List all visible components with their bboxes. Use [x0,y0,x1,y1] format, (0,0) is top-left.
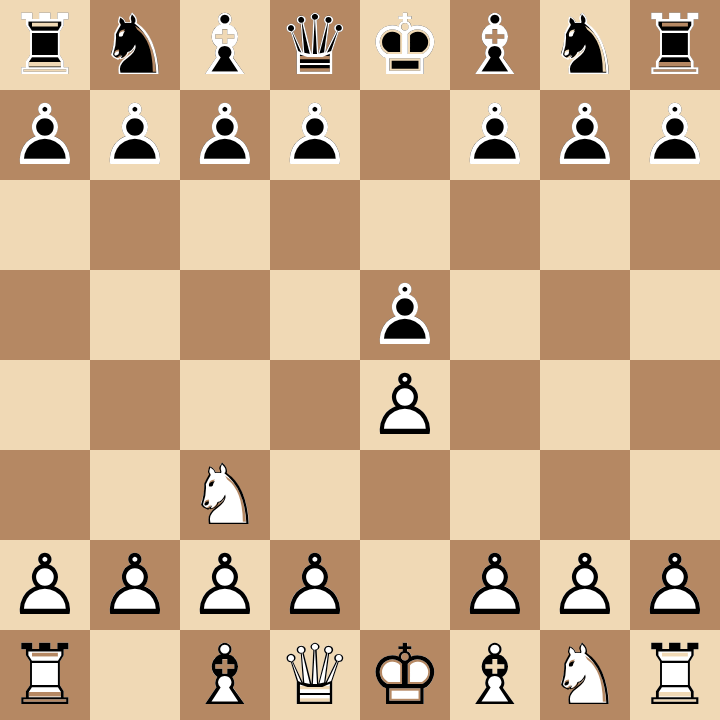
square-g1[interactable]: ♞♘ [540,630,630,720]
white-pawn-outline: ♙ [450,540,540,630]
black-bishop[interactable]: ♝♗ [180,0,270,90]
square-g8[interactable]: ♞♘ [540,0,630,90]
square-h8[interactable]: ♜♖ [630,0,720,90]
black-pawn[interactable]: ♟♙ [0,90,90,180]
square-a3[interactable] [0,450,90,540]
black-pawn-outline: ♙ [630,90,720,180]
square-c7[interactable]: ♟♙ [180,90,270,180]
white-bishop[interactable]: ♝♗ [450,630,540,720]
black-pawn-outline: ♙ [180,90,270,180]
white-rook[interactable]: ♜♖ [630,630,720,720]
white-pawn[interactable]: ♟♙ [360,360,450,450]
black-bishop-outline: ♗ [180,0,270,90]
black-bishop-outline: ♗ [450,0,540,90]
white-knight[interactable]: ♞♘ [540,630,630,720]
square-f3[interactable] [450,450,540,540]
white-king-outline: ♔ [360,630,450,720]
square-e4[interactable]: ♟♙ [360,360,450,450]
black-pawn[interactable]: ♟♙ [180,90,270,180]
white-queen[interactable]: ♛♕ [270,630,360,720]
square-d1[interactable]: ♛♕ [270,630,360,720]
square-h3[interactable] [630,450,720,540]
square-h5[interactable] [630,270,720,360]
white-pawn-outline: ♙ [540,540,630,630]
black-pawn[interactable]: ♟♙ [90,90,180,180]
black-knight[interactable]: ♞♘ [90,0,180,90]
white-queen-outline: ♕ [270,630,360,720]
square-g5[interactable] [540,270,630,360]
square-f8[interactable]: ♝♗ [450,0,540,90]
black-pawn[interactable]: ♟♙ [270,90,360,180]
black-pawn[interactable]: ♟♙ [360,270,450,360]
square-h7[interactable]: ♟♙ [630,90,720,180]
square-a1[interactable]: ♜♖ [0,630,90,720]
square-a4[interactable] [0,360,90,450]
black-rook[interactable]: ♜♖ [0,0,90,90]
white-knight[interactable]: ♞♘ [180,450,270,540]
chess-board: ♜♖♞♘♝♗♛♕♚♔♝♗♞♘♜♖♟♙♟♙♟♙♟♙♟♙♟♙♟♙♟♙♟♙♞♘♟♙♟♙… [0,0,720,720]
white-pawn-outline: ♙ [270,540,360,630]
black-king-outline: ♔ [360,0,450,90]
black-king[interactable]: ♚♔ [360,0,450,90]
square-g3[interactable] [540,450,630,540]
square-g2[interactable]: ♟♙ [540,540,630,630]
square-d8[interactable]: ♛♕ [270,0,360,90]
black-knight[interactable]: ♞♘ [540,0,630,90]
black-pawn[interactable]: ♟♙ [630,90,720,180]
square-e7[interactable] [360,90,450,180]
white-rook-outline: ♖ [0,630,90,720]
square-e3[interactable] [360,450,450,540]
square-e8[interactable]: ♚♔ [360,0,450,90]
white-pawn-outline: ♙ [630,540,720,630]
square-e2[interactable] [360,540,450,630]
square-d7[interactable]: ♟♙ [270,90,360,180]
white-pawn[interactable]: ♟♙ [450,540,540,630]
square-f1[interactable]: ♝♗ [450,630,540,720]
black-pawn[interactable]: ♟♙ [540,90,630,180]
white-bishop-outline: ♗ [180,630,270,720]
square-d4[interactable] [270,360,360,450]
square-h6[interactable] [630,180,720,270]
black-queen[interactable]: ♛♕ [270,0,360,90]
square-f4[interactable] [450,360,540,450]
square-e6[interactable] [360,180,450,270]
square-f2[interactable]: ♟♙ [450,540,540,630]
square-e5[interactable]: ♟♙ [360,270,450,360]
square-f7[interactable]: ♟♙ [450,90,540,180]
square-g7[interactable]: ♟♙ [540,90,630,180]
square-c2[interactable]: ♟♙ [180,540,270,630]
square-b3[interactable] [90,450,180,540]
square-b4[interactable] [90,360,180,450]
white-pawn[interactable]: ♟♙ [270,540,360,630]
black-queen-outline: ♕ [270,0,360,90]
square-c3[interactable]: ♞♘ [180,450,270,540]
black-rook-outline: ♖ [630,0,720,90]
black-pawn-outline: ♙ [360,270,450,360]
white-knight-outline: ♘ [540,630,630,720]
square-a2[interactable]: ♟♙ [0,540,90,630]
white-king[interactable]: ♚♔ [360,630,450,720]
square-a5[interactable] [0,270,90,360]
square-e1[interactable]: ♚♔ [360,630,450,720]
white-pawn[interactable]: ♟♙ [180,540,270,630]
square-h4[interactable] [630,360,720,450]
white-rook[interactable]: ♜♖ [0,630,90,720]
square-f5[interactable] [450,270,540,360]
white-rook-outline: ♖ [630,630,720,720]
square-b6[interactable] [90,180,180,270]
square-g6[interactable] [540,180,630,270]
black-pawn-outline: ♙ [0,90,90,180]
white-pawn[interactable]: ♟♙ [630,540,720,630]
square-a6[interactable] [0,180,90,270]
square-f6[interactable] [450,180,540,270]
white-bishop[interactable]: ♝♗ [180,630,270,720]
black-pawn-outline: ♙ [540,90,630,180]
square-d5[interactable] [270,270,360,360]
black-rook-outline: ♖ [0,0,90,90]
white-pawn-outline: ♙ [90,540,180,630]
white-pawn-outline: ♙ [360,360,450,450]
square-d3[interactable] [270,450,360,540]
square-h2[interactable]: ♟♙ [630,540,720,630]
black-bishop[interactable]: ♝♗ [450,0,540,90]
square-b5[interactable] [90,270,180,360]
square-c8[interactable]: ♝♗ [180,0,270,90]
black-pawn-outline: ♙ [270,90,360,180]
square-b8[interactable]: ♞♘ [90,0,180,90]
square-g4[interactable] [540,360,630,450]
square-d2[interactable]: ♟♙ [270,540,360,630]
black-rook[interactable]: ♜♖ [630,0,720,90]
white-pawn[interactable]: ♟♙ [540,540,630,630]
square-a8[interactable]: ♜♖ [0,0,90,90]
black-pawn-outline: ♙ [450,90,540,180]
square-c4[interactable] [180,360,270,450]
white-pawn-outline: ♙ [0,540,90,630]
black-pawn[interactable]: ♟♙ [450,90,540,180]
square-b7[interactable]: ♟♙ [90,90,180,180]
white-pawn[interactable]: ♟♙ [0,540,90,630]
square-c6[interactable] [180,180,270,270]
black-knight-outline: ♘ [540,0,630,90]
square-d6[interactable] [270,180,360,270]
square-c1[interactable]: ♝♗ [180,630,270,720]
square-c5[interactable] [180,270,270,360]
square-h1[interactable]: ♜♖ [630,630,720,720]
white-pawn[interactable]: ♟♙ [90,540,180,630]
white-knight-outline: ♘ [180,450,270,540]
white-bishop-outline: ♗ [450,630,540,720]
square-b2[interactable]: ♟♙ [90,540,180,630]
white-pawn-outline: ♙ [180,540,270,630]
square-a7[interactable]: ♟♙ [0,90,90,180]
black-pawn-outline: ♙ [90,90,180,180]
square-b1[interactable] [90,630,180,720]
black-knight-outline: ♘ [90,0,180,90]
